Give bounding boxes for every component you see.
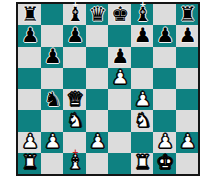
square-h4[interactable] [176, 89, 199, 110]
square-d5[interactable] [86, 68, 109, 89]
square-c1[interactable]: ♝+ [63, 153, 86, 174]
black-bishop-piece: ♝+ [134, 4, 152, 24]
square-g1[interactable]: ♚ [153, 153, 176, 174]
square-a6[interactable] [18, 47, 41, 68]
square-c5[interactable] [63, 68, 86, 89]
black-rook-piece: ♜ [179, 4, 197, 24]
square-h6[interactable] [176, 47, 199, 68]
square-c6[interactable] [63, 47, 86, 68]
black-rook-piece: ♜ [21, 4, 39, 24]
square-f3[interactable]: ♞ [131, 110, 154, 131]
square-f6[interactable] [131, 47, 154, 68]
black-pawn-piece: ♟ [21, 25, 39, 45]
black-knight-piece: ♞ [44, 89, 62, 109]
black-pawn-piece: ♟ [156, 25, 174, 45]
black-pawn-piece: ♟ [179, 25, 197, 45]
square-d1[interactable] [86, 153, 109, 174]
square-e3[interactable] [108, 110, 131, 131]
white-pawn-piece: ♟ [44, 131, 62, 151]
square-a1[interactable]: ♜ [18, 153, 41, 174]
white-pawn-piece: ♟ [179, 131, 197, 151]
square-b4[interactable]: ♞ [41, 89, 64, 110]
white-queen-piece: ♛ [66, 89, 84, 109]
white-knight-piece: ♞ [134, 110, 152, 130]
bishop-cross-icon: + [139, 1, 146, 9]
square-e2[interactable] [108, 132, 131, 153]
white-rook-piece: ♜ [21, 152, 39, 172]
square-d6[interactable] [86, 47, 109, 68]
square-e4[interactable] [108, 89, 131, 110]
square-f7[interactable]: ♟ [131, 25, 154, 46]
bishop-cross-icon: + [72, 1, 79, 9]
square-a4[interactable] [18, 89, 41, 110]
white-pawn-piece: ♟ [134, 89, 152, 109]
chess-board: ♜♝+♛♚♝+♜♟♟♟♟♟♟♟♟♞♛♟♞♞♟♟♟♟♟♜♝+♜♚ [16, 2, 200, 176]
square-g4[interactable] [153, 89, 176, 110]
square-g6[interactable] [153, 47, 176, 68]
square-g7[interactable]: ♟ [153, 25, 176, 46]
white-bishop-piece: ♝+ [66, 152, 84, 172]
white-pawn-piece: ♟ [89, 131, 107, 151]
white-rook-piece: ♜ [134, 152, 152, 172]
square-c3[interactable]: ♞ [63, 110, 86, 131]
square-h2[interactable]: ♟ [176, 132, 199, 153]
square-e1[interactable] [108, 153, 131, 174]
square-a7[interactable]: ♟ [18, 25, 41, 46]
square-d8[interactable]: ♛ [86, 4, 109, 25]
square-b6[interactable]: ♟ [41, 47, 64, 68]
white-pawn-piece: ♟ [156, 131, 174, 151]
square-d4[interactable] [86, 89, 109, 110]
white-pawn-piece: ♟ [21, 131, 39, 151]
square-b2[interactable]: ♟ [41, 132, 64, 153]
square-b1[interactable] [41, 153, 64, 174]
square-h5[interactable] [176, 68, 199, 89]
square-h7[interactable]: ♟ [176, 25, 199, 46]
white-knight-piece: ♞ [66, 110, 84, 130]
black-pawn-piece: ♟ [44, 46, 62, 66]
square-d7[interactable] [86, 25, 109, 46]
square-e8[interactable]: ♚ [108, 4, 131, 25]
white-king-piece: ♚ [156, 152, 174, 172]
square-c7[interactable]: ♟ [63, 25, 86, 46]
black-pawn-piece: ♟ [111, 46, 129, 66]
black-pawn-piece: ♟ [134, 25, 152, 45]
black-pawn-piece: ♟ [66, 25, 84, 45]
black-bishop-piece: ♝+ [66, 4, 84, 24]
black-queen-piece: ♛ [89, 4, 107, 24]
page-background: ♜♝+♛♚♝+♜♟♟♟♟♟♟♟♟♞♛♟♞♞♟♟♟♟♟♜♝+♜♚ [0, 0, 216, 190]
square-f5[interactable] [131, 68, 154, 89]
bishop-cross-icon: + [72, 149, 79, 157]
square-f1[interactable]: ♜ [131, 153, 154, 174]
square-b8[interactable] [41, 4, 64, 25]
square-h1[interactable] [176, 153, 199, 174]
square-a5[interactable] [18, 68, 41, 89]
square-e5[interactable]: ♟ [108, 68, 131, 89]
black-king-piece: ♚ [111, 4, 129, 24]
white-pawn-piece: ♟ [111, 67, 129, 87]
square-g5[interactable] [153, 68, 176, 89]
square-b5[interactable] [41, 68, 64, 89]
square-d2[interactable]: ♟ [86, 132, 109, 153]
